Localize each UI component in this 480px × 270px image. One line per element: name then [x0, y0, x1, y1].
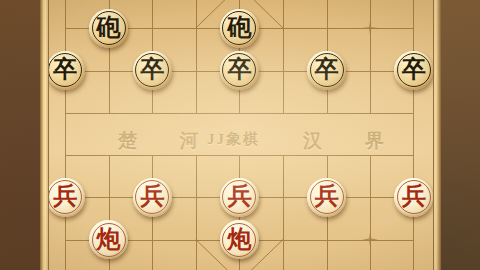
piece-glyph: 砲	[227, 15, 251, 39]
piece-black-soldier[interactable]: 卒	[133, 51, 172, 90]
board-cell	[152, 0, 196, 28]
piece-red-soldier[interactable]: 兵	[307, 178, 346, 217]
piece-glyph: 卒	[53, 57, 77, 81]
board-cell	[152, 240, 196, 270]
piece-glyph: 卒	[140, 57, 164, 81]
right-margin	[440, 0, 480, 270]
board-cell	[283, 0, 327, 28]
piece-glyph: 卒	[402, 57, 426, 81]
board-cell	[370, 240, 414, 270]
piece-red-cannon[interactable]: 炮	[89, 220, 128, 259]
board-cell	[283, 240, 327, 270]
board-cell	[370, 0, 414, 28]
piece-glyph: 兵	[140, 184, 164, 208]
river-inscription-han-jie: 汉 界	[303, 128, 403, 154]
xiangqi-game-screen: 楚 河 JJ象棋 汉 界 砲砲卒卒卒卒卒兵兵兵兵兵炮炮	[0, 0, 480, 270]
piece-glyph: 兵	[315, 184, 339, 208]
piece-red-soldier[interactable]: 兵	[133, 178, 172, 217]
piece-glyph: 卒	[227, 57, 251, 81]
piece-glyph: 兵	[227, 184, 251, 208]
board-cell	[327, 0, 371, 28]
board-cell	[327, 240, 371, 270]
board-right-edge-bevel	[433, 0, 441, 270]
piece-black-soldier[interactable]: 卒	[46, 51, 85, 90]
piece-black-soldier[interactable]: 卒	[220, 51, 259, 90]
piece-red-soldier[interactable]: 兵	[220, 178, 259, 217]
piece-black-cannon[interactable]: 砲	[220, 9, 259, 48]
piece-glyph: 砲	[97, 15, 121, 39]
piece-black-soldier[interactable]: 卒	[307, 51, 346, 90]
river-inscription-chu-he: 楚 河	[118, 128, 218, 154]
left-margin	[0, 0, 40, 270]
piece-red-soldier[interactable]: 兵	[46, 178, 85, 217]
piece-glyph: 炮	[97, 227, 121, 251]
piece-red-cannon[interactable]: 炮	[220, 220, 259, 259]
piece-red-soldier[interactable]: 兵	[394, 178, 433, 217]
piece-black-soldier[interactable]: 卒	[394, 51, 433, 90]
app-watermark-jj-xiangqi: JJ象棋	[207, 130, 260, 149]
piece-glyph: 卒	[315, 57, 339, 81]
piece-glyph: 炮	[227, 227, 251, 251]
board-left-edge-bevel	[40, 0, 49, 270]
piece-black-cannon[interactable]: 砲	[89, 9, 128, 48]
piece-glyph: 兵	[402, 184, 426, 208]
piece-glyph: 兵	[53, 184, 77, 208]
